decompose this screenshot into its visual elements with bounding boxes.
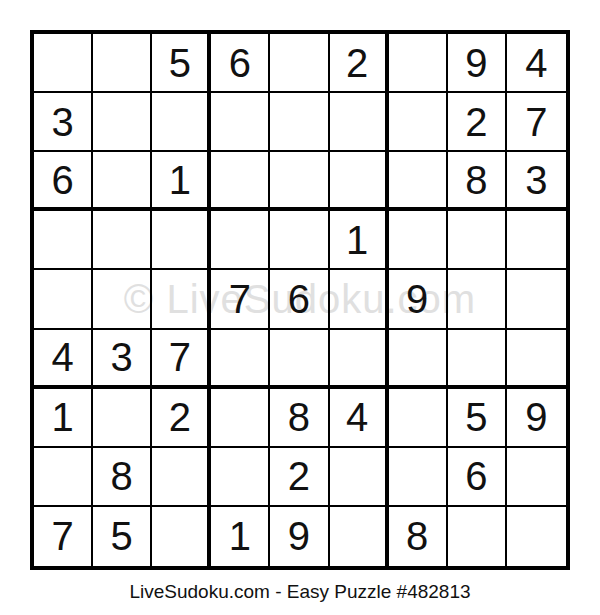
cell-r1c1 — [34, 34, 93, 93]
cell-r2c3 — [152, 93, 211, 152]
cell-r4c9 — [507, 211, 566, 270]
cell-r3c8: 8 — [448, 152, 507, 211]
cell-r6c1: 4 — [34, 330, 93, 389]
cell-r1c9: 4 — [507, 34, 566, 93]
cell-r5c4: 7 — [211, 270, 270, 329]
cell-r6c7 — [389, 330, 448, 389]
cell-r1c7 — [389, 34, 448, 93]
cell-r7c2 — [93, 389, 152, 448]
cell-r8c3 — [152, 448, 211, 507]
sudoku-grid: 562943276183176943712845982675198 — [34, 34, 566, 566]
cell-r9c3 — [152, 507, 211, 566]
cell-r1c6: 2 — [330, 34, 389, 93]
cell-r8c2: 8 — [93, 448, 152, 507]
cell-r8c9 — [507, 448, 566, 507]
cell-r4c3 — [152, 211, 211, 270]
page: © LiveSudoku.com 56294327618317694371284… — [0, 0, 600, 615]
cell-r3c3: 1 — [152, 152, 211, 211]
cell-r7c5: 8 — [270, 389, 329, 448]
cell-r7c6: 4 — [330, 389, 389, 448]
cell-r2c5 — [270, 93, 329, 152]
cell-r7c7 — [389, 389, 448, 448]
cell-r6c4 — [211, 330, 270, 389]
cell-r6c3: 7 — [152, 330, 211, 389]
cell-r1c8: 9 — [448, 34, 507, 93]
cell-r7c1: 1 — [34, 389, 93, 448]
cell-r7c8: 5 — [448, 389, 507, 448]
cell-r9c4: 1 — [211, 507, 270, 566]
cell-r8c7 — [389, 448, 448, 507]
cell-r9c8 — [448, 507, 507, 566]
cell-r1c2 — [93, 34, 152, 93]
cell-r4c1 — [34, 211, 93, 270]
cell-r3c7 — [389, 152, 448, 211]
cell-r5c6 — [330, 270, 389, 329]
cell-r8c8: 6 — [448, 448, 507, 507]
cell-r2c8: 2 — [448, 93, 507, 152]
cell-r8c6 — [330, 448, 389, 507]
cell-r5c3 — [152, 270, 211, 329]
cell-r3c9: 3 — [507, 152, 566, 211]
cell-r3c1: 6 — [34, 152, 93, 211]
cell-r7c4 — [211, 389, 270, 448]
cell-r5c8 — [448, 270, 507, 329]
cell-r7c3: 2 — [152, 389, 211, 448]
cell-r9c6 — [330, 507, 389, 566]
cell-r6c6 — [330, 330, 389, 389]
cell-r4c2 — [93, 211, 152, 270]
cell-r8c4 — [211, 448, 270, 507]
cell-r2c2 — [93, 93, 152, 152]
cell-r9c7: 8 — [389, 507, 448, 566]
cell-r8c5: 2 — [270, 448, 329, 507]
sudoku-board: © LiveSudoku.com 56294327618317694371284… — [30, 30, 570, 570]
puzzle-caption: LiveSudoku.com - Easy Puzzle #482813 — [0, 581, 600, 603]
cell-r6c5 — [270, 330, 329, 389]
cell-r3c4 — [211, 152, 270, 211]
cell-r4c6: 1 — [330, 211, 389, 270]
cell-r3c5 — [270, 152, 329, 211]
cell-r4c8 — [448, 211, 507, 270]
cell-r9c5: 9 — [270, 507, 329, 566]
cell-r9c2: 5 — [93, 507, 152, 566]
cell-r2c4 — [211, 93, 270, 152]
cell-r6c2: 3 — [93, 330, 152, 389]
cell-r6c8 — [448, 330, 507, 389]
cell-r4c7 — [389, 211, 448, 270]
cell-r2c6 — [330, 93, 389, 152]
cell-r9c9 — [507, 507, 566, 566]
cell-r7c9: 9 — [507, 389, 566, 448]
cell-r2c9: 7 — [507, 93, 566, 152]
cell-r5c9 — [507, 270, 566, 329]
cell-r5c5: 6 — [270, 270, 329, 329]
cell-r2c7 — [389, 93, 448, 152]
cell-r1c3: 5 — [152, 34, 211, 93]
cell-r8c1 — [34, 448, 93, 507]
cell-r4c4 — [211, 211, 270, 270]
cell-r1c4: 6 — [211, 34, 270, 93]
cell-r1c5 — [270, 34, 329, 93]
cell-r5c2 — [93, 270, 152, 329]
cell-r6c9 — [507, 330, 566, 389]
cell-r9c1: 7 — [34, 507, 93, 566]
cell-r4c5 — [270, 211, 329, 270]
cell-r3c2 — [93, 152, 152, 211]
cell-r2c1: 3 — [34, 93, 93, 152]
cell-r3c6 — [330, 152, 389, 211]
cell-r5c7: 9 — [389, 270, 448, 329]
cell-r5c1 — [34, 270, 93, 329]
